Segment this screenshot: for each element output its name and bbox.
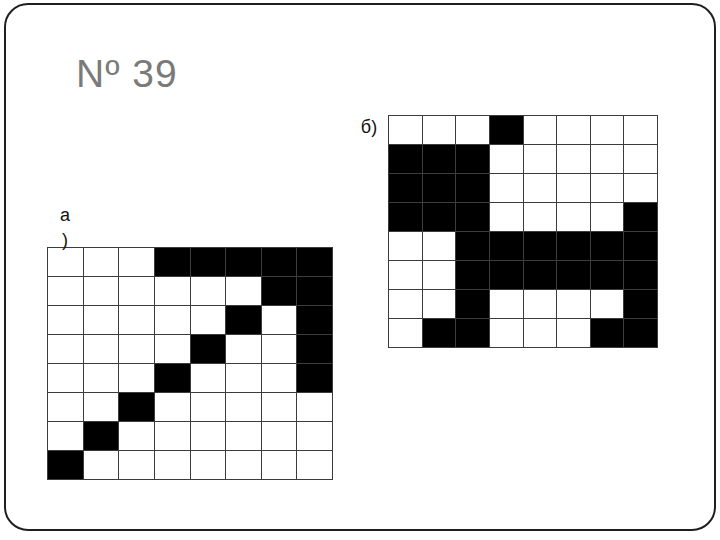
cell-b-r8c4-white [490, 319, 523, 347]
cell-a-r4c3-white [119, 335, 154, 363]
cell-a-r1c4-black [155, 248, 190, 276]
cell-a-r7c8-white [297, 422, 332, 450]
cell-b-r7c4-white [490, 290, 523, 318]
cell-a-r8c8-white [297, 451, 332, 479]
cell-b-r6c7-black [591, 261, 624, 289]
cell-a-r4c4-white [155, 335, 190, 363]
cell-b-r8c6-white [557, 319, 590, 347]
cell-a-r6c7-white [262, 393, 297, 421]
cell-b-r3c3-black [456, 174, 489, 202]
cell-b-r6c2-white [423, 261, 456, 289]
grid-b-board [388, 115, 658, 348]
cell-a-r5c6-white [226, 364, 261, 392]
cell-b-r2c3-black [456, 145, 489, 173]
cell-b-r7c6-white [557, 290, 590, 318]
cell-a-r2c4-white [155, 277, 190, 305]
cell-b-r6c6-black [557, 261, 590, 289]
cell-a-r8c3-white [119, 451, 154, 479]
cell-a-r1c8-black [297, 248, 332, 276]
cell-b-r7c8-black [624, 290, 657, 318]
cell-a-r8c6-white [226, 451, 261, 479]
cell-a-r2c6-white [226, 277, 261, 305]
cell-b-r1c7-white [591, 116, 624, 144]
cell-b-r2c6-white [557, 145, 590, 173]
cell-a-r1c3-white [119, 248, 154, 276]
cell-a-r7c2-black [84, 422, 119, 450]
cell-b-r1c2-white [423, 116, 456, 144]
cell-a-r7c7-white [262, 422, 297, 450]
cell-b-r8c5-white [524, 319, 557, 347]
cell-a-r8c4-white [155, 451, 190, 479]
cell-a-r6c5-white [191, 393, 226, 421]
cell-a-r3c2-white [84, 306, 119, 334]
cell-a-r3c8-black [297, 306, 332, 334]
cell-b-r1c3-white [456, 116, 489, 144]
grid-a-label-line1: а [55, 203, 75, 228]
cell-a-r8c2-white [84, 451, 119, 479]
cell-b-r8c8-black [624, 319, 657, 347]
cell-b-r8c2-black [423, 319, 456, 347]
cell-a-r3c5-white [191, 306, 226, 334]
cell-a-r8c7-white [262, 451, 297, 479]
cell-b-r2c7-white [591, 145, 624, 173]
cell-b-r5c2-white [423, 232, 456, 260]
cell-b-r3c4-white [490, 174, 523, 202]
grid-a-label: а ) [55, 203, 75, 253]
cell-b-r7c1-white [389, 290, 422, 318]
cell-b-r4c1-black [389, 203, 422, 231]
cell-b-r3c6-white [557, 174, 590, 202]
cell-a-r6c4-white [155, 393, 190, 421]
cell-a-r1c2-white [84, 248, 119, 276]
cell-b-r7c2-white [423, 290, 456, 318]
grid-a-board [47, 247, 333, 480]
cell-a-r3c4-white [155, 306, 190, 334]
cell-a-r7c1-white [48, 422, 83, 450]
cell-a-r1c7-black [262, 248, 297, 276]
cell-b-r4c2-black [423, 203, 456, 231]
cell-b-r8c7-black [591, 319, 624, 347]
cell-b-r5c5-black [524, 232, 557, 260]
cell-a-r8c1-black [48, 451, 83, 479]
cell-a-r5c4-black [155, 364, 190, 392]
cell-b-r6c4-black [490, 261, 523, 289]
cell-a-r2c7-black [262, 277, 297, 305]
cell-a-r1c6-black [226, 248, 261, 276]
cell-a-r6c1-white [48, 393, 83, 421]
cell-b-r6c1-white [389, 261, 422, 289]
cell-b-r2c8-white [624, 145, 657, 173]
cell-a-r6c8-white [297, 393, 332, 421]
cell-b-r2c4-white [490, 145, 523, 173]
cell-a-r3c6-black [226, 306, 261, 334]
cell-b-r4c6-white [557, 203, 590, 231]
cell-b-r3c1-black [389, 174, 422, 202]
grid-b-label: б) [354, 115, 384, 140]
cell-b-r7c7-white [591, 290, 624, 318]
cell-b-r2c5-white [524, 145, 557, 173]
cell-b-r1c5-white [524, 116, 557, 144]
cell-a-r6c2-white [84, 393, 119, 421]
cell-b-r8c3-black [456, 319, 489, 347]
cell-a-r3c1-white [48, 306, 83, 334]
cell-b-r1c6-white [557, 116, 590, 144]
cell-a-r8c5-white [191, 451, 226, 479]
cell-a-r5c5-white [191, 364, 226, 392]
cell-a-r5c7-white [262, 364, 297, 392]
cell-b-r6c8-black [624, 261, 657, 289]
cell-a-r3c7-white [262, 306, 297, 334]
cell-b-r5c3-black [456, 232, 489, 260]
cell-a-r2c2-white [84, 277, 119, 305]
grid-a-label-line2: ) [55, 228, 75, 253]
cell-a-r4c8-black [297, 335, 332, 363]
cell-a-r6c3-black [119, 393, 154, 421]
cell-b-r8c1-white [389, 319, 422, 347]
cell-b-r3c8-white [624, 174, 657, 202]
cell-a-r7c6-white [226, 422, 261, 450]
cell-a-r7c3-white [119, 422, 154, 450]
cell-b-r4c4-white [490, 203, 523, 231]
page-title: Nº 39 [76, 52, 178, 96]
cell-b-r4c3-black [456, 203, 489, 231]
cell-a-r3c3-white [119, 306, 154, 334]
cell-b-r3c2-black [423, 174, 456, 202]
cell-a-r4c2-white [84, 335, 119, 363]
cell-b-r6c5-black [524, 261, 557, 289]
cell-b-r4c5-white [524, 203, 557, 231]
cell-b-r4c8-black [624, 203, 657, 231]
cell-a-r2c3-white [119, 277, 154, 305]
slide-canvas: Nº 39 а ) б) [0, 0, 720, 540]
cell-a-r7c5-white [191, 422, 226, 450]
cell-b-r4c7-white [591, 203, 624, 231]
cell-a-r4c6-white [226, 335, 261, 363]
cell-b-r7c3-black [456, 290, 489, 318]
cell-b-r3c5-white [524, 174, 557, 202]
cell-b-r5c6-black [557, 232, 590, 260]
cell-a-r5c2-white [84, 364, 119, 392]
cell-b-r1c1-white [389, 116, 422, 144]
cell-b-r1c8-white [624, 116, 657, 144]
cell-a-r5c8-black [297, 364, 332, 392]
cell-a-r1c5-black [191, 248, 226, 276]
cell-a-r5c1-white [48, 364, 83, 392]
cell-b-r6c3-black [456, 261, 489, 289]
cell-b-r3c7-white [591, 174, 624, 202]
cell-b-r5c4-black [490, 232, 523, 260]
cell-a-r4c5-black [191, 335, 226, 363]
cell-b-r5c1-white [389, 232, 422, 260]
cell-b-r5c7-black [591, 232, 624, 260]
cell-a-r4c7-white [262, 335, 297, 363]
cell-b-r5c8-black [624, 232, 657, 260]
cell-a-r7c4-white [155, 422, 190, 450]
cell-a-r2c5-white [191, 277, 226, 305]
cell-b-r2c1-black [389, 145, 422, 173]
cell-a-r4c1-white [48, 335, 83, 363]
cell-a-r6c6-white [226, 393, 261, 421]
grid-b-label-line1: б) [361, 117, 377, 137]
cell-a-r2c8-black [297, 277, 332, 305]
cell-a-r5c3-white [119, 364, 154, 392]
cell-b-r7c5-white [524, 290, 557, 318]
cell-b-r2c2-black [423, 145, 456, 173]
cell-b-r1c4-black [490, 116, 523, 144]
cell-a-r2c1-white [48, 277, 83, 305]
